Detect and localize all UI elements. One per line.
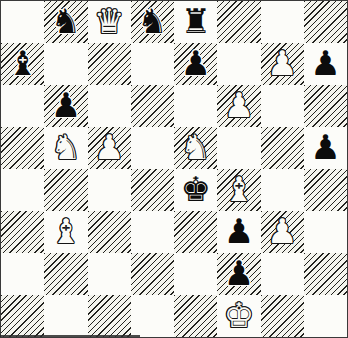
piece-black-king: ♚: [180, 172, 210, 206]
square-g4[interactable]: [261, 169, 304, 211]
square-h8[interactable]: [304, 1, 347, 43]
scan-baseline-artifact: [0, 335, 140, 337]
square-b5[interactable]: ♞: [44, 127, 87, 169]
square-b8[interactable]: ♞: [44, 1, 87, 43]
square-c8[interactable]: ♛: [88, 1, 131, 43]
piece-black-pawn: ♟: [180, 46, 210, 80]
square-a7[interactable]: ♝: [1, 43, 44, 85]
square-h6[interactable]: [304, 85, 347, 127]
piece-black-pawn: ♟: [224, 256, 254, 290]
square-a5[interactable]: [1, 127, 44, 169]
square-b1[interactable]: [44, 295, 87, 337]
piece-black-knight: ♞: [137, 4, 167, 38]
square-a4[interactable]: [1, 169, 44, 211]
square-e8[interactable]: ♜: [174, 1, 217, 43]
square-h2[interactable]: [304, 253, 347, 295]
square-d4[interactable]: [131, 169, 174, 211]
square-h5[interactable]: ♟: [304, 127, 347, 169]
piece-white-king: ♚: [224, 298, 254, 332]
piece-black-pawn: ♟: [224, 214, 254, 248]
chess-board: ♞♛♞♜♝♟♟♟♟♟♞♟♞♟♚♝♝♟♟♟♚: [0, 0, 348, 338]
square-d3[interactable]: [131, 211, 174, 253]
square-e3[interactable]: [174, 211, 217, 253]
square-a1[interactable]: [1, 295, 44, 337]
square-a3[interactable]: [1, 211, 44, 253]
piece-black-pawn: ♟: [51, 88, 81, 122]
square-b2[interactable]: [44, 253, 87, 295]
square-e1[interactable]: [174, 295, 217, 337]
square-g3[interactable]: ♟: [261, 211, 304, 253]
square-f3[interactable]: ♟: [217, 211, 260, 253]
chess-diagram: ♞♛♞♜♝♟♟♟♟♟♞♟♞♟♚♝♝♟♟♟♚: [0, 0, 348, 338]
square-a6[interactable]: [1, 85, 44, 127]
square-g1[interactable]: [261, 295, 304, 337]
square-e7[interactable]: ♟: [174, 43, 217, 85]
piece-black-knight: ♞: [51, 4, 81, 38]
square-e2[interactable]: [174, 253, 217, 295]
square-f8[interactable]: [217, 1, 260, 43]
piece-white-knight: ♞: [51, 130, 81, 164]
piece-white-pawn: ♟: [94, 130, 124, 164]
square-h4[interactable]: [304, 169, 347, 211]
piece-white-queen: ♛: [94, 4, 124, 38]
piece-white-pawn: ♟: [267, 46, 297, 80]
square-d2[interactable]: [131, 253, 174, 295]
square-a8[interactable]: [1, 1, 44, 43]
square-b4[interactable]: [44, 169, 87, 211]
square-h7[interactable]: ♟: [304, 43, 347, 85]
square-b6[interactable]: ♟: [44, 85, 87, 127]
square-e4[interactable]: ♚: [174, 169, 217, 211]
square-h1[interactable]: [304, 295, 347, 337]
square-c7[interactable]: [88, 43, 131, 85]
square-b3[interactable]: ♝: [44, 211, 87, 253]
piece-white-pawn: ♟: [267, 214, 297, 248]
square-h3[interactable]: [304, 211, 347, 253]
square-f1[interactable]: ♚: [217, 295, 260, 337]
piece-black-pawn: ♟: [310, 46, 340, 80]
square-d8[interactable]: ♞: [131, 1, 174, 43]
square-c3[interactable]: [88, 211, 131, 253]
square-a2[interactable]: [1, 253, 44, 295]
square-e5[interactable]: ♞: [174, 127, 217, 169]
piece-black-bishop: ♝: [7, 46, 37, 80]
square-b7[interactable]: [44, 43, 87, 85]
piece-white-bishop: ♝: [51, 214, 81, 248]
square-c1[interactable]: [88, 295, 131, 337]
square-g6[interactable]: [261, 85, 304, 127]
square-f7[interactable]: [217, 43, 260, 85]
square-e6[interactable]: [174, 85, 217, 127]
square-f2[interactable]: ♟: [217, 253, 260, 295]
square-g8[interactable]: [261, 1, 304, 43]
piece-black-pawn: ♟: [310, 130, 340, 164]
square-d1[interactable]: [131, 295, 174, 337]
piece-white-bishop: ♝: [224, 172, 254, 206]
square-c6[interactable]: [88, 85, 131, 127]
square-c5[interactable]: ♟: [88, 127, 131, 169]
square-c4[interactable]: [88, 169, 131, 211]
square-f5[interactable]: [217, 127, 260, 169]
square-d5[interactable]: [131, 127, 174, 169]
square-d7[interactable]: [131, 43, 174, 85]
piece-white-pawn: ♟: [224, 88, 254, 122]
piece-white-knight: ♞: [180, 130, 210, 164]
square-c2[interactable]: [88, 253, 131, 295]
square-g2[interactable]: [261, 253, 304, 295]
piece-black-rook: ♜: [180, 4, 210, 38]
square-f4[interactable]: ♝: [217, 169, 260, 211]
square-g5[interactable]: [261, 127, 304, 169]
square-d6[interactable]: [131, 85, 174, 127]
square-f6[interactable]: ♟: [217, 85, 260, 127]
square-g7[interactable]: ♟: [261, 43, 304, 85]
